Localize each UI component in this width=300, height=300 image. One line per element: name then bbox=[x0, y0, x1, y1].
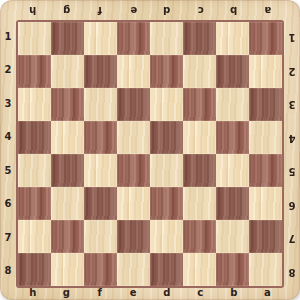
rank-labels-left: 12345678 bbox=[1, 20, 15, 288]
rank-label-left-2: 2 bbox=[1, 54, 15, 88]
square-g3[interactable] bbox=[51, 88, 84, 121]
square-d3[interactable] bbox=[150, 88, 183, 121]
playing-area bbox=[16, 20, 284, 288]
square-d7[interactable] bbox=[150, 220, 183, 253]
square-a4[interactable] bbox=[249, 121, 282, 154]
rank-label-right-4: 4 bbox=[285, 121, 299, 155]
rank-label-left-1: 1 bbox=[1, 20, 15, 54]
rank-label-right-1: 1 bbox=[285, 20, 299, 54]
square-c4[interactable] bbox=[183, 121, 216, 154]
rank-label-right-5: 5 bbox=[285, 154, 299, 188]
square-g7[interactable] bbox=[51, 220, 84, 253]
square-f4[interactable] bbox=[84, 121, 117, 154]
file-label-top-e: e bbox=[117, 1, 151, 19]
square-a8[interactable] bbox=[249, 253, 282, 286]
rank-labels-right: 12345678 bbox=[285, 20, 299, 288]
square-b3[interactable] bbox=[216, 88, 249, 121]
square-h3[interactable] bbox=[18, 88, 51, 121]
file-label-top-f: f bbox=[83, 1, 117, 19]
square-b1[interactable] bbox=[216, 22, 249, 55]
square-f3[interactable] bbox=[84, 88, 117, 121]
square-e3[interactable] bbox=[117, 88, 150, 121]
square-e8[interactable] bbox=[117, 253, 150, 286]
square-b6[interactable] bbox=[216, 187, 249, 220]
square-f5[interactable] bbox=[84, 154, 117, 187]
square-c2[interactable] bbox=[183, 55, 216, 88]
square-e4[interactable] bbox=[117, 121, 150, 154]
square-e7[interactable] bbox=[117, 220, 150, 253]
square-f6[interactable] bbox=[84, 187, 117, 220]
square-b4[interactable] bbox=[216, 121, 249, 154]
square-a7[interactable] bbox=[249, 220, 282, 253]
rank-label-right-6: 6 bbox=[285, 188, 299, 222]
square-c6[interactable] bbox=[183, 187, 216, 220]
square-e6[interactable] bbox=[117, 187, 150, 220]
square-g4[interactable] bbox=[51, 121, 84, 154]
file-label-top-a: a bbox=[251, 1, 285, 19]
square-b7[interactable] bbox=[216, 220, 249, 253]
square-a2[interactable] bbox=[249, 55, 282, 88]
square-d6[interactable] bbox=[150, 187, 183, 220]
square-h5[interactable] bbox=[18, 154, 51, 187]
chess-board-stage: hgfedcba hgfedcba 12345678 12345678 bbox=[0, 0, 300, 300]
square-d1[interactable] bbox=[150, 22, 183, 55]
rank-label-left-4: 4 bbox=[1, 121, 15, 155]
square-a3[interactable] bbox=[249, 88, 282, 121]
square-h8[interactable] bbox=[18, 253, 51, 286]
rank-label-right-7: 7 bbox=[285, 221, 299, 255]
square-e5[interactable] bbox=[117, 154, 150, 187]
rank-label-left-3: 3 bbox=[1, 87, 15, 121]
file-label-top-b: b bbox=[217, 1, 251, 19]
file-label-top-h: h bbox=[16, 1, 50, 19]
square-h2[interactable] bbox=[18, 55, 51, 88]
square-d8[interactable] bbox=[150, 253, 183, 286]
square-b2[interactable] bbox=[216, 55, 249, 88]
square-a6[interactable] bbox=[249, 187, 282, 220]
square-b8[interactable] bbox=[216, 253, 249, 286]
rank-label-left-7: 7 bbox=[1, 221, 15, 255]
square-c8[interactable] bbox=[183, 253, 216, 286]
square-c3[interactable] bbox=[183, 88, 216, 121]
square-h1[interactable] bbox=[18, 22, 51, 55]
square-d4[interactable] bbox=[150, 121, 183, 154]
square-g1[interactable] bbox=[51, 22, 84, 55]
square-b5[interactable] bbox=[216, 154, 249, 187]
rank-label-right-8: 8 bbox=[285, 255, 299, 289]
rank-label-right-2: 2 bbox=[285, 54, 299, 88]
square-f1[interactable] bbox=[84, 22, 117, 55]
square-e1[interactable] bbox=[117, 22, 150, 55]
square-c7[interactable] bbox=[183, 220, 216, 253]
rank-label-left-5: 5 bbox=[1, 154, 15, 188]
file-labels-top: hgfedcba bbox=[16, 1, 284, 19]
file-label-top-c: c bbox=[184, 1, 218, 19]
square-g2[interactable] bbox=[51, 55, 84, 88]
square-g5[interactable] bbox=[51, 154, 84, 187]
square-f2[interactable] bbox=[84, 55, 117, 88]
rank-label-left-6: 6 bbox=[1, 188, 15, 222]
square-d2[interactable] bbox=[150, 55, 183, 88]
square-f8[interactable] bbox=[84, 253, 117, 286]
file-label-top-g: g bbox=[50, 1, 84, 19]
square-h6[interactable] bbox=[18, 187, 51, 220]
square-c1[interactable] bbox=[183, 22, 216, 55]
square-e2[interactable] bbox=[117, 55, 150, 88]
chess-board: hgfedcba hgfedcba 12345678 12345678 bbox=[0, 0, 300, 300]
file-label-top-d: d bbox=[150, 1, 184, 19]
square-h4[interactable] bbox=[18, 121, 51, 154]
square-a5[interactable] bbox=[249, 154, 282, 187]
square-d5[interactable] bbox=[150, 154, 183, 187]
square-c5[interactable] bbox=[183, 154, 216, 187]
square-h7[interactable] bbox=[18, 220, 51, 253]
square-g8[interactable] bbox=[51, 253, 84, 286]
square-f7[interactable] bbox=[84, 220, 117, 253]
rank-label-right-3: 3 bbox=[285, 87, 299, 121]
rank-label-left-8: 8 bbox=[1, 255, 15, 289]
square-g6[interactable] bbox=[51, 187, 84, 220]
square-a1[interactable] bbox=[249, 22, 282, 55]
